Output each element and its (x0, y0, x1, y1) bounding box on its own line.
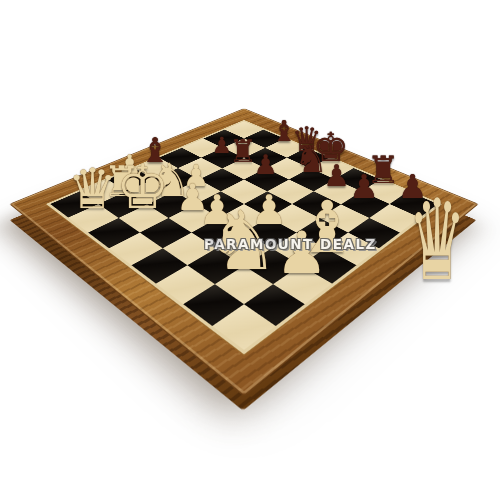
watermark: PARAMOUNT DEALZ (204, 236, 377, 252)
product-photo-scene: ♝♛♚♜♟♞♟♟♟♜♟♝♟♟♝♟♞♟♟♟♜♚♞♛ ♛ PARAMOUNT DEA… (0, 0, 500, 500)
off-board-white-queen-piece: ♛ (408, 184, 466, 296)
